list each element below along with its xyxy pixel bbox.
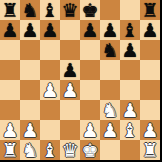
white-pawn[interactable]: ♟ (101, 120, 118, 140)
square-b4[interactable] (20, 80, 40, 100)
white-pawn[interactable]: ♟ (61, 80, 78, 100)
square-a4[interactable] (0, 80, 20, 100)
square-g3[interactable]: ♟ (120, 100, 140, 120)
square-c7[interactable]: ♟ (40, 20, 60, 40)
square-c1[interactable]: ♝ (40, 140, 60, 160)
square-h7[interactable]: ♟ (140, 20, 160, 40)
square-f4[interactable] (100, 80, 120, 100)
square-a3[interactable] (0, 100, 20, 120)
white-rook[interactable]: ♜ (141, 140, 158, 160)
white-knight[interactable]: ♞ (101, 100, 118, 120)
square-h8[interactable]: ♜ (140, 0, 160, 20)
square-c3[interactable] (40, 100, 60, 120)
square-b1[interactable]: ♞ (20, 140, 40, 160)
square-d6[interactable] (60, 40, 80, 60)
square-e4[interactable] (80, 80, 100, 100)
square-e5[interactable] (80, 60, 100, 80)
white-queen[interactable]: ♛ (61, 140, 78, 160)
white-pawn[interactable]: ♟ (121, 100, 138, 120)
square-h1[interactable]: ♜ (140, 140, 160, 160)
square-g5[interactable] (120, 60, 140, 80)
black-king[interactable]: ♚ (81, 0, 98, 20)
black-pawn[interactable]: ♟ (121, 40, 138, 60)
black-pawn[interactable]: ♟ (141, 20, 158, 40)
square-c2[interactable] (40, 120, 60, 140)
black-rook[interactable]: ♜ (1, 0, 18, 20)
white-king[interactable]: ♚ (81, 140, 98, 160)
square-b2[interactable]: ♟ (20, 120, 40, 140)
black-pawn[interactable]: ♟ (21, 20, 38, 40)
square-f8[interactable] (100, 0, 120, 20)
white-rook[interactable]: ♜ (1, 140, 18, 160)
square-g2[interactable]: ♝ (120, 120, 140, 140)
square-b7[interactable]: ♟ (20, 20, 40, 40)
square-f7[interactable]: ♟ (100, 20, 120, 40)
square-d2[interactable] (60, 120, 80, 140)
black-pawn[interactable]: ♟ (1, 20, 18, 40)
square-e1[interactable]: ♚ (80, 140, 100, 160)
square-b6[interactable] (20, 40, 40, 60)
white-bishop[interactable]: ♝ (41, 140, 58, 160)
square-e2[interactable]: ♟ (80, 120, 100, 140)
square-a5[interactable] (0, 60, 20, 80)
black-pawn[interactable]: ♟ (81, 20, 98, 40)
square-g7[interactable]: ♝ (120, 20, 140, 40)
square-c6[interactable] (40, 40, 60, 60)
black-bishop[interactable]: ♝ (41, 0, 58, 20)
square-h2[interactable]: ♟ (140, 120, 160, 140)
square-h6[interactable] (140, 40, 160, 60)
black-knight[interactable]: ♞ (21, 0, 38, 20)
square-a7[interactable]: ♟ (0, 20, 20, 40)
square-d4[interactable]: ♟ (60, 80, 80, 100)
square-b5[interactable] (20, 60, 40, 80)
square-d1[interactable]: ♛ (60, 140, 80, 160)
chess-board: ♜♞♝♛♚♜♟♟♟♟♟♝♟♞♟♟♟♟♞♟♟♟♟♟♝♟♜♞♝♛♚♜ (0, 0, 162, 162)
white-bishop[interactable]: ♝ (121, 120, 138, 140)
square-g4[interactable] (120, 80, 140, 100)
square-a2[interactable]: ♟ (0, 120, 20, 140)
white-pawn[interactable]: ♟ (21, 120, 38, 140)
black-knight[interactable]: ♞ (101, 40, 118, 60)
black-pawn[interactable]: ♟ (61, 60, 78, 80)
black-pawn[interactable]: ♟ (101, 20, 118, 40)
square-e6[interactable] (80, 40, 100, 60)
black-rook[interactable]: ♜ (141, 0, 158, 20)
white-knight[interactable]: ♞ (21, 140, 38, 160)
white-pawn[interactable]: ♟ (141, 120, 158, 140)
square-f3[interactable]: ♞ (100, 100, 120, 120)
square-c5[interactable] (40, 60, 60, 80)
square-e8[interactable]: ♚ (80, 0, 100, 20)
square-h5[interactable] (140, 60, 160, 80)
square-d5[interactable]: ♟ (60, 60, 80, 80)
square-g6[interactable]: ♟ (120, 40, 140, 60)
black-bishop[interactable]: ♝ (121, 20, 138, 40)
white-pawn[interactable]: ♟ (81, 120, 98, 140)
square-b3[interactable] (20, 100, 40, 120)
square-f6[interactable]: ♞ (100, 40, 120, 60)
square-a1[interactable]: ♜ (0, 140, 20, 160)
square-a8[interactable]: ♜ (0, 0, 20, 20)
square-e7[interactable]: ♟ (80, 20, 100, 40)
square-g8[interactable] (120, 0, 140, 20)
square-e3[interactable] (80, 100, 100, 120)
square-c8[interactable]: ♝ (40, 0, 60, 20)
square-a6[interactable] (0, 40, 20, 60)
square-f5[interactable] (100, 60, 120, 80)
square-f2[interactable]: ♟ (100, 120, 120, 140)
square-g1[interactable] (120, 140, 140, 160)
white-pawn[interactable]: ♟ (41, 80, 58, 100)
square-d7[interactable] (60, 20, 80, 40)
black-pawn[interactable]: ♟ (41, 20, 58, 40)
square-b8[interactable]: ♞ (20, 0, 40, 20)
square-h4[interactable] (140, 80, 160, 100)
white-pawn[interactable]: ♟ (1, 120, 18, 140)
square-d3[interactable] (60, 100, 80, 120)
square-f1[interactable] (100, 140, 120, 160)
black-queen[interactable]: ♛ (61, 0, 78, 20)
square-h3[interactable] (140, 100, 160, 120)
square-d8[interactable]: ♛ (60, 0, 80, 20)
square-c4[interactable]: ♟ (40, 80, 60, 100)
